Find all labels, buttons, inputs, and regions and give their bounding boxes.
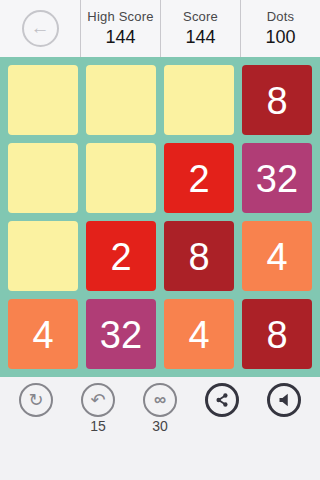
undo-count: 15: [90, 418, 106, 434]
tile-r4c4-8: 8: [242, 299, 312, 369]
tile-r2c1-empty: [8, 143, 78, 213]
stat-score: Score 144: [160, 0, 240, 57]
restart-icon: ↻: [19, 383, 53, 417]
back-arrow-glyph: ←: [31, 18, 50, 37]
share-glyph: [213, 391, 231, 409]
tile-r2c2-empty: [86, 143, 156, 213]
tile-r1c4-8: 8: [242, 65, 312, 135]
share-button[interactable]: [204, 383, 240, 417]
infinity-count: 30: [152, 418, 168, 434]
infinity-icon: ∞: [143, 383, 177, 417]
dots-value: 100: [265, 27, 295, 48]
undo-icon: ↶: [81, 383, 115, 417]
tile-r4c3-4: 4: [164, 299, 234, 369]
restart-glyph: ↻: [28, 391, 43, 409]
tile-r4c1-4: 4: [8, 299, 78, 369]
speaker-glyph: [275, 391, 293, 409]
restart-button[interactable]: ↻: [18, 383, 54, 417]
tile-r3c2-2: 2: [86, 221, 156, 291]
tile-r1c1-empty: [8, 65, 78, 135]
game-board[interactable]: 823228443248: [0, 57, 320, 377]
back-button[interactable]: ←: [0, 0, 80, 57]
top-bar: ← High Score 144 Score 144 Dots 100: [0, 0, 320, 57]
app-screen: ← High Score 144 Score 144 Dots 100 8232…: [0, 0, 320, 480]
high-score-label: High Score: [87, 9, 153, 24]
tile-r4c2-32: 32: [86, 299, 156, 369]
stat-high-score: High Score 144: [80, 0, 160, 57]
share-icon: [205, 383, 239, 417]
speaker-icon: [267, 383, 301, 417]
tile-r2c3-2: 2: [164, 143, 234, 213]
tile-r3c4-4: 4: [242, 221, 312, 291]
tile-r2c4-32: 32: [242, 143, 312, 213]
tile-r3c1-empty: [8, 221, 78, 291]
undo-button[interactable]: ↶ 15: [80, 383, 116, 434]
score-value: 144: [185, 27, 215, 48]
tile-r1c2-empty: [86, 65, 156, 135]
back-icon: ←: [22, 10, 59, 47]
tile-r3c3-8: 8: [164, 221, 234, 291]
tile-r1c3-empty: [164, 65, 234, 135]
undo-glyph: ↶: [90, 391, 105, 409]
bottom-toolbar: ↻ ↶ 15 ∞ 30: [0, 377, 320, 480]
stat-dots: Dots 100: [240, 0, 320, 57]
infinity-glyph: ∞: [154, 391, 166, 410]
high-score-value: 144: [105, 27, 135, 48]
dots-label: Dots: [267, 9, 295, 24]
infinity-button[interactable]: ∞ 30: [142, 383, 178, 434]
score-label: Score: [183, 9, 218, 24]
sound-button[interactable]: [266, 383, 302, 417]
